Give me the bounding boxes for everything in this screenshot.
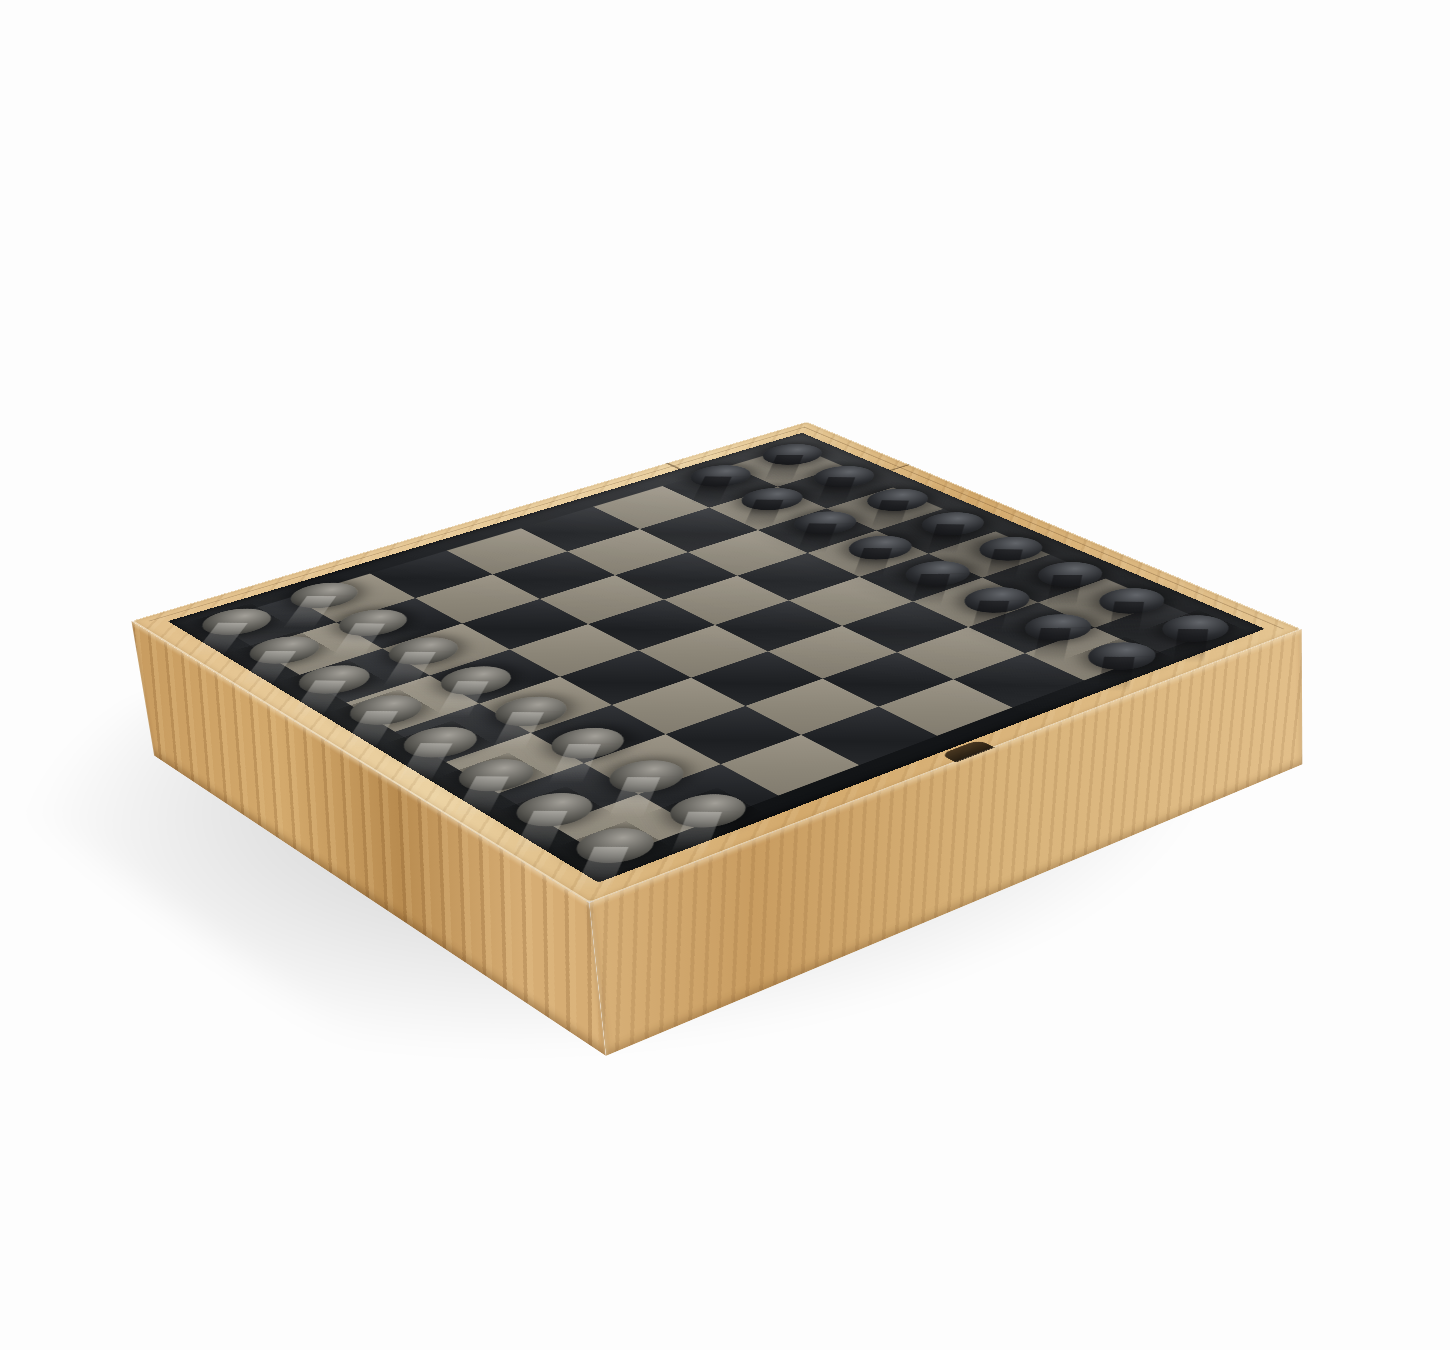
black-pawn-icon: ♟ [1080,570,1164,664]
photo-background: ♜♞♝♛♚♝♞♜♟♟♟♟♟♟♟♟♟♟♟♟♟♟♟♟♜♞♝♛♚♝♞♜ [0,0,1450,1350]
scene: ♜♞♝♛♚♝♞♜♟♟♟♟♟♟♟♟♟♟♟♟♟♟♟♟♜♞♝♛♚♝♞♜ [0,0,1450,1350]
chess-box: ♜♞♝♛♚♝♞♜♟♟♟♟♟♟♟♟♟♟♟♟♟♟♟♟♜♞♝♛♚♝♞♜ [131,422,1301,903]
white-pawn-icon: ♟ [662,717,755,820]
white-rook-icon: ♜ [561,733,670,854]
